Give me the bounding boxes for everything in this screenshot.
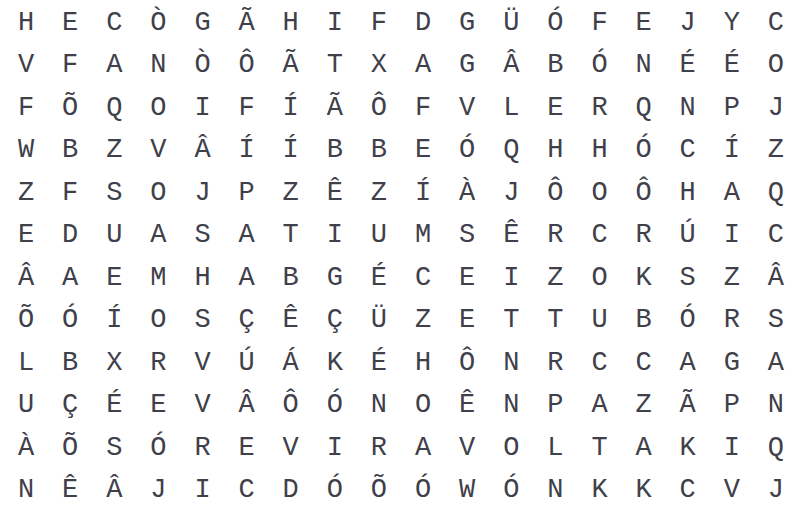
grid-cell[interactable]: Ó: [313, 470, 357, 513]
grid-cell[interactable]: Õ: [357, 470, 401, 513]
grid-cell[interactable]: F: [48, 45, 92, 88]
grid-cell[interactable]: D: [401, 2, 445, 45]
grid-cell[interactable]: Ó: [445, 130, 489, 173]
grid-cell[interactable]: N: [533, 470, 577, 513]
grid-cell[interactable]: É: [710, 45, 754, 88]
grid-cell[interactable]: S: [92, 427, 136, 470]
grid-cell[interactable]: C: [622, 342, 666, 385]
grid-cell[interactable]: H: [4, 2, 48, 45]
grid-cell[interactable]: H: [401, 342, 445, 385]
grid-cell[interactable]: E: [4, 215, 48, 258]
grid-cell[interactable]: M: [401, 215, 445, 258]
grid-cell[interactable]: V: [445, 87, 489, 130]
grid-cell[interactable]: Ú: [666, 215, 710, 258]
grid-cell[interactable]: Â: [4, 257, 48, 300]
grid-cell[interactable]: Ã: [313, 87, 357, 130]
grid-cell[interactable]: S: [666, 257, 710, 300]
grid-cell[interactable]: N: [136, 45, 180, 88]
grid-cell[interactable]: R: [533, 342, 577, 385]
grid-cell[interactable]: R: [533, 215, 577, 258]
grid-cell[interactable]: Z: [710, 257, 754, 300]
grid-cell[interactable]: Q: [92, 87, 136, 130]
grid-cell[interactable]: Ô: [269, 385, 313, 428]
grid-cell[interactable]: D: [269, 470, 313, 513]
grid-cell[interactable]: V: [269, 427, 313, 470]
grid-cell[interactable]: P: [225, 172, 269, 215]
grid-cell[interactable]: O: [577, 172, 621, 215]
grid-cell[interactable]: Ê: [269, 300, 313, 343]
grid-cell[interactable]: Õ: [48, 427, 92, 470]
grid-cell[interactable]: Ü: [489, 2, 533, 45]
grid-cell[interactable]: F: [357, 2, 401, 45]
grid-cell[interactable]: F: [577, 2, 621, 45]
grid-cell[interactable]: A: [622, 427, 666, 470]
grid-cell[interactable]: Ü: [357, 300, 401, 343]
grid-cell[interactable]: Õ: [48, 87, 92, 130]
grid-cell[interactable]: H: [533, 130, 577, 173]
grid-cell[interactable]: A: [666, 342, 710, 385]
grid-cell[interactable]: C: [754, 215, 798, 258]
grid-cell[interactable]: T: [577, 427, 621, 470]
grid-cell[interactable]: S: [445, 215, 489, 258]
grid-cell[interactable]: O: [136, 87, 180, 130]
grid-cell[interactable]: Ô: [445, 342, 489, 385]
grid-cell[interactable]: J: [666, 2, 710, 45]
grid-cell[interactable]: G: [445, 2, 489, 45]
grid-cell[interactable]: P: [533, 385, 577, 428]
grid-cell[interactable]: Ó: [313, 385, 357, 428]
grid-cell[interactable]: G: [710, 342, 754, 385]
grid-cell[interactable]: A: [401, 427, 445, 470]
grid-cell[interactable]: V: [445, 427, 489, 470]
grid-cell[interactable]: É: [92, 385, 136, 428]
grid-cell[interactable]: F: [4, 87, 48, 130]
grid-cell[interactable]: C: [577, 215, 621, 258]
grid-cell[interactable]: E: [225, 427, 269, 470]
grid-cell[interactable]: K: [577, 470, 621, 513]
grid-cell[interactable]: I: [313, 427, 357, 470]
grid-cell[interactable]: B: [48, 130, 92, 173]
grid-cell[interactable]: V: [136, 130, 180, 173]
grid-cell[interactable]: O: [577, 257, 621, 300]
grid-cell[interactable]: Í: [401, 172, 445, 215]
grid-cell[interactable]: Õ: [4, 300, 48, 343]
grid-cell[interactable]: J: [489, 172, 533, 215]
grid-cell[interactable]: Ê: [48, 470, 92, 513]
grid-cell[interactable]: N: [489, 385, 533, 428]
grid-cell[interactable]: I: [313, 215, 357, 258]
grid-cell[interactable]: J: [754, 87, 798, 130]
grid-cell[interactable]: H: [666, 172, 710, 215]
grid-cell[interactable]: P: [710, 385, 754, 428]
grid-cell[interactable]: L: [533, 427, 577, 470]
grid-cell[interactable]: E: [92, 257, 136, 300]
grid-cell[interactable]: R: [136, 342, 180, 385]
grid-cell[interactable]: J: [180, 172, 224, 215]
grid-cell[interactable]: Z: [4, 172, 48, 215]
grid-cell[interactable]: É: [666, 45, 710, 88]
grid-cell[interactable]: Í: [269, 130, 313, 173]
grid-cell[interactable]: E: [533, 87, 577, 130]
grid-cell[interactable]: B: [622, 300, 666, 343]
grid-cell[interactable]: R: [622, 215, 666, 258]
grid-cell[interactable]: N: [357, 385, 401, 428]
grid-cell[interactable]: B: [357, 130, 401, 173]
grid-cell[interactable]: K: [622, 257, 666, 300]
grid-cell[interactable]: Ó: [401, 470, 445, 513]
grid-cell[interactable]: O: [136, 172, 180, 215]
grid-cell[interactable]: Z: [401, 300, 445, 343]
grid-cell[interactable]: O: [489, 427, 533, 470]
grid-cell[interactable]: A: [136, 215, 180, 258]
grid-cell[interactable]: K: [622, 470, 666, 513]
grid-cell[interactable]: B: [313, 130, 357, 173]
grid-cell[interactable]: U: [357, 215, 401, 258]
grid-cell[interactable]: Ã: [269, 45, 313, 88]
grid-cell[interactable]: S: [180, 300, 224, 343]
grid-cell[interactable]: Â: [225, 385, 269, 428]
grid-cell[interactable]: T: [269, 215, 313, 258]
grid-cell[interactable]: N: [754, 385, 798, 428]
grid-cell[interactable]: Ú: [225, 342, 269, 385]
grid-cell[interactable]: B: [533, 45, 577, 88]
grid-cell[interactable]: F: [225, 87, 269, 130]
grid-cell[interactable]: W: [445, 470, 489, 513]
grid-cell[interactable]: Ó: [622, 130, 666, 173]
grid-cell[interactable]: A: [710, 172, 754, 215]
grid-cell[interactable]: G: [313, 257, 357, 300]
grid-cell[interactable]: H: [180, 257, 224, 300]
grid-cell[interactable]: Q: [754, 427, 798, 470]
grid-cell[interactable]: Ô: [533, 172, 577, 215]
grid-cell[interactable]: C: [225, 470, 269, 513]
grid-cell[interactable]: S: [754, 300, 798, 343]
grid-cell[interactable]: J: [136, 470, 180, 513]
grid-cell[interactable]: Ò: [136, 2, 180, 45]
grid-cell[interactable]: À: [445, 172, 489, 215]
grid-cell[interactable]: I: [489, 257, 533, 300]
grid-cell[interactable]: Ê: [489, 215, 533, 258]
grid-cell[interactable]: J: [754, 470, 798, 513]
grid-cell[interactable]: I: [710, 427, 754, 470]
grid-cell[interactable]: C: [577, 342, 621, 385]
grid-cell[interactable]: P: [710, 87, 754, 130]
grid-cell[interactable]: Ê: [445, 385, 489, 428]
grid-cell[interactable]: Ç: [225, 300, 269, 343]
grid-cell[interactable]: E: [136, 385, 180, 428]
grid-cell[interactable]: Q: [622, 87, 666, 130]
grid-cell[interactable]: Í: [92, 300, 136, 343]
grid-cell[interactable]: R: [180, 427, 224, 470]
grid-cell[interactable]: B: [48, 342, 92, 385]
grid-cell[interactable]: À: [4, 427, 48, 470]
grid-cell[interactable]: A: [577, 385, 621, 428]
grid-cell[interactable]: C: [401, 257, 445, 300]
grid-cell[interactable]: Y: [710, 2, 754, 45]
grid-cell[interactable]: Ã: [666, 385, 710, 428]
grid-cell[interactable]: V: [710, 470, 754, 513]
grid-cell[interactable]: V: [180, 342, 224, 385]
grid-cell[interactable]: Ç: [313, 300, 357, 343]
grid-cell[interactable]: F: [401, 87, 445, 130]
grid-cell[interactable]: É: [357, 342, 401, 385]
grid-cell[interactable]: R: [357, 427, 401, 470]
grid-cell[interactable]: E: [48, 2, 92, 45]
grid-cell[interactable]: A: [401, 45, 445, 88]
grid-cell[interactable]: G: [445, 45, 489, 88]
grid-cell[interactable]: C: [666, 470, 710, 513]
grid-cell[interactable]: N: [622, 45, 666, 88]
grid-cell[interactable]: Ó: [136, 427, 180, 470]
grid-cell[interactable]: E: [445, 300, 489, 343]
grid-cell[interactable]: Z: [533, 257, 577, 300]
grid-cell[interactable]: G: [180, 2, 224, 45]
grid-cell[interactable]: A: [225, 215, 269, 258]
grid-cell[interactable]: Ç: [48, 385, 92, 428]
grid-cell[interactable]: Z: [754, 130, 798, 173]
grid-cell[interactable]: T: [489, 300, 533, 343]
grid-cell[interactable]: A: [48, 257, 92, 300]
grid-cell[interactable]: R: [577, 87, 621, 130]
grid-cell[interactable]: B: [269, 257, 313, 300]
grid-cell[interactable]: Â: [92, 470, 136, 513]
word-search-grid: HECÒGÃHIFDGÜÓFEJYCVFANÒÔÃTXAGÂBÓNÉÉOFÕQO…: [0, 0, 800, 514]
grid-cell[interactable]: E: [445, 257, 489, 300]
grid-cell[interactable]: N: [489, 342, 533, 385]
grid-cell[interactable]: U: [92, 215, 136, 258]
grid-cell[interactable]: U: [4, 385, 48, 428]
grid-cell[interactable]: O: [401, 385, 445, 428]
grid-cell[interactable]: C: [754, 2, 798, 45]
grid-cell[interactable]: A: [92, 45, 136, 88]
grid-cell[interactable]: Q: [754, 172, 798, 215]
grid-cell[interactable]: L: [489, 87, 533, 130]
grid-cell[interactable]: X: [357, 45, 401, 88]
grid-cell[interactable]: Í: [710, 130, 754, 173]
grid-cell[interactable]: I: [710, 215, 754, 258]
grid-cell[interactable]: K: [313, 342, 357, 385]
grid-cell[interactable]: K: [666, 427, 710, 470]
grid-cell[interactable]: Z: [622, 385, 666, 428]
grid-cell[interactable]: Ô: [225, 45, 269, 88]
grid-cell[interactable]: N: [666, 87, 710, 130]
grid-cell[interactable]: Ê: [313, 172, 357, 215]
grid-cell[interactable]: Ó: [666, 300, 710, 343]
grid-cell[interactable]: É: [357, 257, 401, 300]
grid-cell[interactable]: Â: [180, 130, 224, 173]
grid-cell[interactable]: S: [180, 215, 224, 258]
grid-cell[interactable]: N: [4, 470, 48, 513]
grid-cell[interactable]: M: [136, 257, 180, 300]
grid-cell[interactable]: I: [313, 2, 357, 45]
grid-cell[interactable]: D: [48, 215, 92, 258]
grid-cell[interactable]: Â: [489, 45, 533, 88]
grid-cell[interactable]: S: [92, 172, 136, 215]
grid-cell[interactable]: C: [92, 2, 136, 45]
grid-cell[interactable]: E: [401, 130, 445, 173]
grid-cell[interactable]: T: [533, 300, 577, 343]
grid-cell[interactable]: Á: [269, 342, 313, 385]
grid-cell[interactable]: Ô: [622, 172, 666, 215]
grid-cell[interactable]: H: [269, 2, 313, 45]
grid-cell[interactable]: V: [4, 45, 48, 88]
grid-cell[interactable]: Ó: [48, 300, 92, 343]
grid-cell[interactable]: V: [180, 385, 224, 428]
grid-cell[interactable]: W: [4, 130, 48, 173]
grid-cell[interactable]: Z: [357, 172, 401, 215]
grid-cell[interactable]: O: [754, 45, 798, 88]
grid-cell[interactable]: I: [180, 87, 224, 130]
grid-cell[interactable]: O: [136, 300, 180, 343]
grid-cell[interactable]: Ó: [577, 45, 621, 88]
grid-cell[interactable]: Â: [754, 257, 798, 300]
grid-cell[interactable]: U: [577, 300, 621, 343]
grid-cell[interactable]: F: [48, 172, 92, 215]
grid-cell[interactable]: R: [710, 300, 754, 343]
grid-cell[interactable]: E: [622, 2, 666, 45]
grid-cell[interactable]: Ó: [489, 470, 533, 513]
grid-cell[interactable]: Ô: [357, 87, 401, 130]
grid-cell[interactable]: X: [92, 342, 136, 385]
grid-cell[interactable]: A: [754, 342, 798, 385]
grid-cell[interactable]: T: [313, 45, 357, 88]
grid-cell[interactable]: I: [180, 470, 224, 513]
grid-cell[interactable]: Z: [269, 172, 313, 215]
grid-cell[interactable]: C: [666, 130, 710, 173]
grid-cell[interactable]: Z: [92, 130, 136, 173]
grid-cell[interactable]: A: [225, 257, 269, 300]
grid-cell[interactable]: Ã: [225, 2, 269, 45]
grid-cell[interactable]: H: [577, 130, 621, 173]
grid-cell[interactable]: Í: [225, 130, 269, 173]
grid-cell[interactable]: Q: [489, 130, 533, 173]
grid-cell[interactable]: Í: [269, 87, 313, 130]
grid-cell[interactable]: Ò: [180, 45, 224, 88]
grid-cell[interactable]: L: [4, 342, 48, 385]
grid-cell[interactable]: Ó: [533, 2, 577, 45]
